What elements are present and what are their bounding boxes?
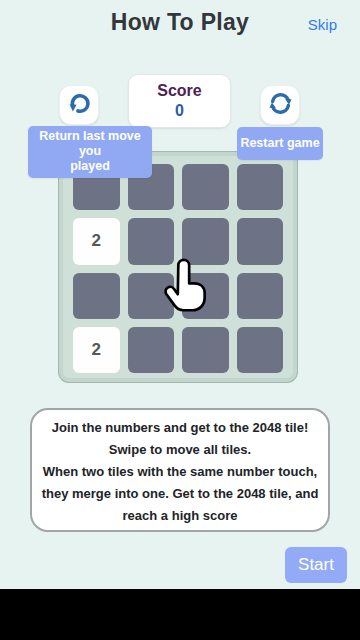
tile-2: 2 <box>73 327 120 373</box>
restart-rotate-cw-icon <box>267 90 294 120</box>
undo-rotate-ccw-icon <box>66 90 93 120</box>
restart-tooltip: Restart game <box>237 127 323 160</box>
restart-button[interactable] <box>260 85 300 125</box>
undo-button[interactable] <box>59 85 99 125</box>
skip-button[interactable]: Skip <box>308 16 337 33</box>
score-value: 0 <box>129 102 230 120</box>
start-button[interactable]: Start <box>285 547 347 583</box>
tap-hand-cursor-icon <box>156 256 212 322</box>
instruction-line: Swipe to move all tiles. <box>39 439 321 461</box>
instructions-panel: Join the numbers and get to the 2048 til… <box>30 408 330 532</box>
undo-tooltip-line1: Return last move you <box>28 129 152 159</box>
instruction-line: Join the numbers and get to the 2048 til… <box>39 417 321 439</box>
empty-cell <box>182 327 229 373</box>
page-title: How To Play <box>0 9 360 36</box>
score-panel: Score 0 <box>128 74 231 128</box>
empty-cell <box>237 164 284 210</box>
empty-cell <box>237 218 284 264</box>
empty-cell <box>128 327 175 373</box>
empty-cell <box>237 273 284 319</box>
score-label: Score <box>129 82 230 100</box>
undo-tooltip: Return last move you played <box>28 126 152 178</box>
empty-cell <box>73 273 120 319</box>
tile-2: 2 <box>73 218 120 264</box>
empty-cell <box>182 164 229 210</box>
empty-cell <box>237 327 284 373</box>
undo-tooltip-line2: played <box>28 159 152 174</box>
how-to-play-screen: How To Play Skip Score 0 Return last mov… <box>0 0 360 640</box>
instruction-line: When two tiles with the same number touc… <box>39 461 321 527</box>
android-navigation-bar <box>0 589 360 640</box>
